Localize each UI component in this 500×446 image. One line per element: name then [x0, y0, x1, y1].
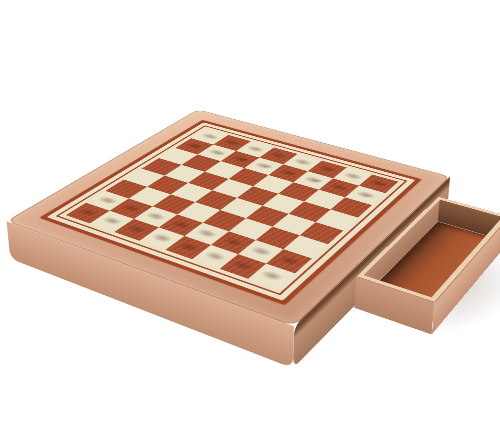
chess-box-3d: ♜♞♝♛♚♝♞♜♟♟♟♟♟♟♟♟♟♟♟♟♟♟♟♟♜♞♝♛♚♝♞♜ [7, 110, 451, 327]
black-pawn-glyph: ♟ [207, 132, 227, 154]
white-rook-glyph: ♜ [75, 187, 100, 215]
white-bishop-glyph: ♝ [199, 224, 231, 259]
white-rook-glyph: ♜ [258, 247, 286, 278]
black-pawn-glyph: ♟ [185, 126, 205, 148]
black-pawn-glyph: ♟ [278, 152, 299, 175]
black-pawn-glyph: ♟ [328, 166, 349, 190]
black-pawn-glyph: ♟ [303, 159, 324, 182]
black-pawn-glyph: ♟ [355, 173, 376, 197]
black-pawn-glyph: ♟ [254, 145, 274, 168]
white-knight-glyph: ♞ [228, 235, 258, 269]
black-pawn-glyph: ♟ [230, 138, 250, 160]
scene-3d: ♜♞♝♛♚♝♞♜♟♟♟♟♟♟♟♟♟♟♟♟♟♟♟♟♜♞♝♛♚♝♞♜ [0, 0, 500, 446]
product-photo: ♜♞♝♛♚♝♞♜♟♟♟♟♟♟♟♟♟♟♟♟♟♟♟♟♜♞♝♛♚♝♞♜ [0, 0, 500, 446]
